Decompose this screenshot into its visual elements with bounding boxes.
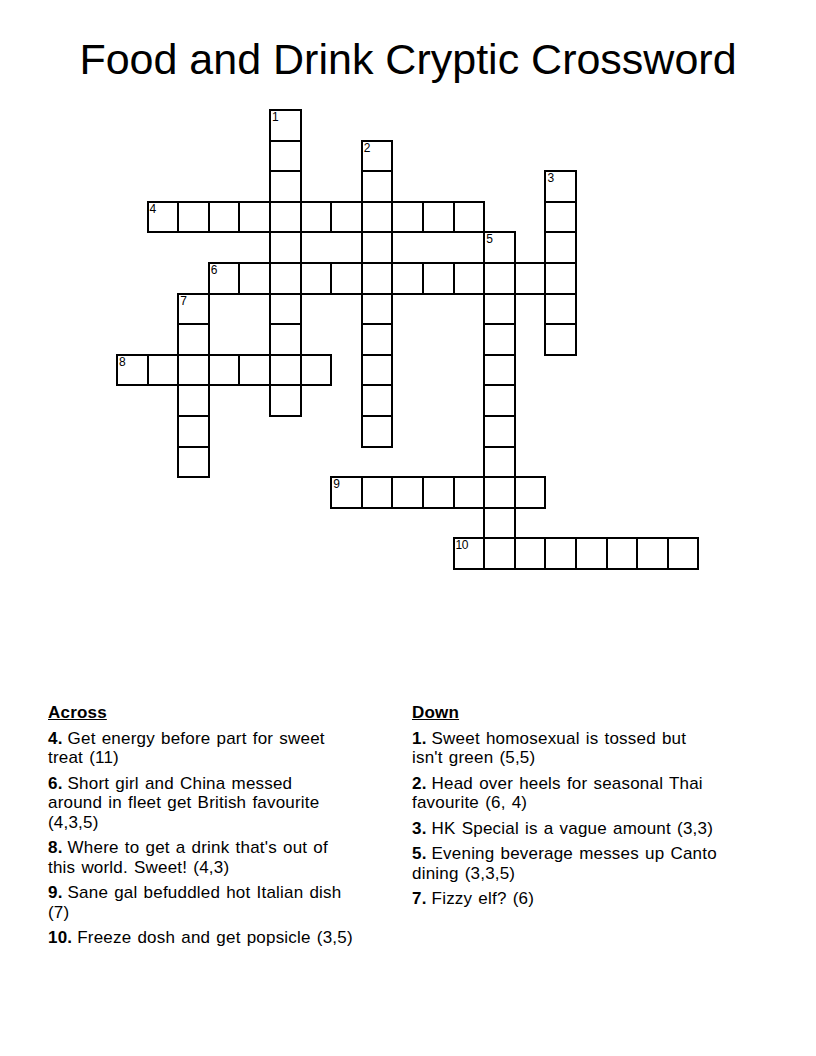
grid-cell-14-7[interactable] <box>545 324 576 355</box>
cell-number-3: 3 <box>547 172 553 185</box>
grid-cell-11-5[interactable] <box>454 263 485 294</box>
clue-text: HK Special is a vague amount (3,3) <box>432 819 713 838</box>
grid-cell-8-8[interactable] <box>362 355 393 386</box>
grid-cell-5-0[interactable]: 1 <box>270 110 301 141</box>
grid-cell-1-3[interactable]: 4 <box>148 202 179 233</box>
clue-text: Evening beverage messes up Canto dining … <box>412 844 717 883</box>
grid-cell-1-8[interactable] <box>148 355 179 386</box>
grid-cell-11-12[interactable] <box>454 477 485 508</box>
grid-cell-9-5[interactable] <box>392 263 423 294</box>
grid-cell-12-14[interactable] <box>484 538 515 569</box>
grid-cell-10-3[interactable] <box>423 202 454 233</box>
clue-down-1: 1.Sweet homosexual is tossed but isn't g… <box>412 729 774 768</box>
grid-cell-12-8[interactable] <box>484 355 515 386</box>
clue-text: Freeze dosh and get popsicle (3,5) <box>77 928 353 947</box>
clue-text: Short girl and China messed around in fl… <box>48 774 319 832</box>
grid-cell-2-7[interactable] <box>178 324 209 355</box>
grid-cell-8-12[interactable] <box>362 477 393 508</box>
grid-cell-8-3[interactable] <box>362 202 393 233</box>
clue-down-2: 2.Head over heels for seasonal Thai favo… <box>412 774 774 813</box>
grid-cell-12-9[interactable] <box>484 385 515 416</box>
grid-cell-11-3[interactable] <box>454 202 485 233</box>
across-heading: Across <box>48 703 410 723</box>
grid-cell-7-3[interactable] <box>331 202 362 233</box>
grid-cell-12-4[interactable]: 5 <box>484 232 515 263</box>
down-clue-list: 1.Sweet homosexual is tossed but isn't g… <box>412 729 774 909</box>
grid-cell-2-6[interactable]: 7 <box>178 294 209 325</box>
grid-cell-6-8[interactable] <box>301 355 332 386</box>
grid-cell-5-5[interactable] <box>270 263 301 294</box>
grid-cell-16-14[interactable] <box>607 538 638 569</box>
grid-cell-14-14[interactable] <box>545 538 576 569</box>
clue-text: Head over heels for seasonal Thai favour… <box>412 774 703 813</box>
grid-cell-12-6[interactable] <box>484 294 515 325</box>
clue-down-5: 5.Evening beverage messes up Canto dinin… <box>412 844 774 883</box>
page-title: Food and Drink Cryptic Crossword <box>0 36 816 83</box>
grid-cell-18-14[interactable] <box>668 538 699 569</box>
clue-text: Get energy before part for sweet treat (… <box>48 729 325 768</box>
clue-across-10: 10.Freeze dosh and get popsicle (3,5) <box>48 928 410 948</box>
clue-across-8: 8.Where to get a drink that's out of thi… <box>48 838 410 877</box>
down-heading: Down <box>412 703 774 723</box>
clue-across-6: 6.Short girl and China messed around in … <box>48 774 410 833</box>
clue-number: 6. <box>48 774 63 793</box>
grid-cell-5-7[interactable] <box>270 324 301 355</box>
grid-cell-2-3[interactable] <box>178 202 209 233</box>
grid-cell-9-3[interactable] <box>392 202 423 233</box>
grid-cell-5-6[interactable] <box>270 294 301 325</box>
clue-across-4: 4.Get energy before part for sweet treat… <box>48 729 410 768</box>
clue-text: Sweet homosexual is tossed but isn't gre… <box>412 729 686 768</box>
cell-number-1: 1 <box>272 111 278 124</box>
grid-cell-14-4[interactable] <box>545 232 576 263</box>
grid-cell-4-8[interactable] <box>239 355 270 386</box>
grid-cell-11-14[interactable]: 10 <box>454 538 485 569</box>
clue-number: 2. <box>412 774 427 793</box>
grid-cell-13-12[interactable] <box>515 477 546 508</box>
grid-cell-8-1[interactable]: 2 <box>362 141 393 172</box>
clue-number: 9. <box>48 883 63 902</box>
clue-down-7: 7.Fizzy elf? (6) <box>412 889 774 909</box>
grid-cell-12-7[interactable] <box>484 324 515 355</box>
clue-text: Fizzy elf? (6) <box>432 889 535 908</box>
grid-cell-8-6[interactable] <box>362 294 393 325</box>
clue-number: 5. <box>412 844 427 863</box>
grid-cell-4-3[interactable] <box>239 202 270 233</box>
grid-cell-8-4[interactable] <box>362 232 393 263</box>
across-clue-list: 4.Get energy before part for sweet treat… <box>48 729 410 948</box>
clue-number: 7. <box>412 889 427 908</box>
grid-cell-14-2[interactable]: 3 <box>545 171 576 202</box>
cell-number-5: 5 <box>486 233 492 246</box>
clue-number: 1. <box>412 729 427 748</box>
clue-number: 10. <box>48 928 72 947</box>
cell-number-8: 8 <box>119 356 125 369</box>
grid-cell-8-5[interactable] <box>362 263 393 294</box>
grid-cell-10-12[interactable] <box>423 477 454 508</box>
grid-cell-5-3[interactable] <box>270 202 301 233</box>
grid-cell-5-4[interactable] <box>270 232 301 263</box>
grid-cell-3-5[interactable]: 6 <box>209 263 240 294</box>
clue-down-3: 3.HK Special is a vague amount (3,3) <box>412 819 774 839</box>
grid-cell-8-9[interactable] <box>362 385 393 416</box>
grid-cell-8-7[interactable] <box>362 324 393 355</box>
grid-cell-12-13[interactable] <box>484 508 515 539</box>
grid-cell-5-2[interactable] <box>270 171 301 202</box>
grid-cell-13-5[interactable] <box>515 263 546 294</box>
grid-cell-3-8[interactable] <box>209 355 240 386</box>
crossword-page: Food and Drink Cryptic Crossword 1234567… <box>0 0 816 1056</box>
grid-cell-13-14[interactable] <box>515 538 546 569</box>
grid-cell-12-12[interactable] <box>484 477 515 508</box>
grid-cell-2-11[interactable] <box>178 447 209 478</box>
clue-text: Sane gal befuddled hot Italian dish (7) <box>48 883 341 922</box>
cell-number-2: 2 <box>364 142 370 155</box>
grid-cell-14-3[interactable] <box>545 202 576 233</box>
grid-cell-5-8[interactable] <box>270 355 301 386</box>
grid-cell-2-9[interactable] <box>178 385 209 416</box>
grid-cell-7-12[interactable]: 9 <box>331 477 362 508</box>
cell-number-9: 9 <box>333 478 339 491</box>
across-clues-column: Across 4.Get energy before part for swee… <box>48 703 410 954</box>
grid-cell-12-10[interactable] <box>484 416 515 447</box>
grid-cell-8-10[interactable] <box>362 416 393 447</box>
clue-number: 4. <box>48 729 63 748</box>
grid-cell-4-5[interactable] <box>239 263 270 294</box>
grid-cell-8-2[interactable] <box>362 171 393 202</box>
down-clues-column: Down 1.Sweet homosexual is tossed but is… <box>412 703 774 915</box>
grid-cell-0-8[interactable]: 8 <box>117 355 148 386</box>
grid-cell-14-5[interactable] <box>545 263 576 294</box>
grid-cell-14-6[interactable] <box>545 294 576 325</box>
grid-cell-5-9[interactable] <box>270 385 301 416</box>
grid-cell-15-14[interactable] <box>576 538 607 569</box>
grid-cell-3-3[interactable] <box>209 202 240 233</box>
grid-cell-17-14[interactable] <box>637 538 668 569</box>
clue-text: Where to get a drink that's out of this … <box>48 838 328 877</box>
cell-number-7: 7 <box>180 295 186 308</box>
clue-number: 8. <box>48 838 63 857</box>
grid-cell-7-5[interactable] <box>331 263 362 294</box>
grid-cell-9-12[interactable] <box>392 477 423 508</box>
cell-number-10: 10 <box>456 539 468 552</box>
grid-cell-2-8[interactable] <box>178 355 209 386</box>
cell-number-6: 6 <box>211 264 217 277</box>
crossword-grid: 12345678910 <box>117 110 698 569</box>
clue-number: 3. <box>412 819 427 838</box>
grid-cell-2-10[interactable] <box>178 416 209 447</box>
cell-number-4: 4 <box>150 203 156 216</box>
clue-across-9: 9.Sane gal befuddled hot Italian dish (7… <box>48 883 410 922</box>
grid-cell-6-3[interactable] <box>301 202 332 233</box>
grid-cell-10-5[interactable] <box>423 263 454 294</box>
grid-cell-12-11[interactable] <box>484 447 515 478</box>
grid-cell-5-1[interactable] <box>270 141 301 172</box>
grid-cell-12-5[interactable] <box>484 263 515 294</box>
grid-cell-6-5[interactable] <box>301 263 332 294</box>
